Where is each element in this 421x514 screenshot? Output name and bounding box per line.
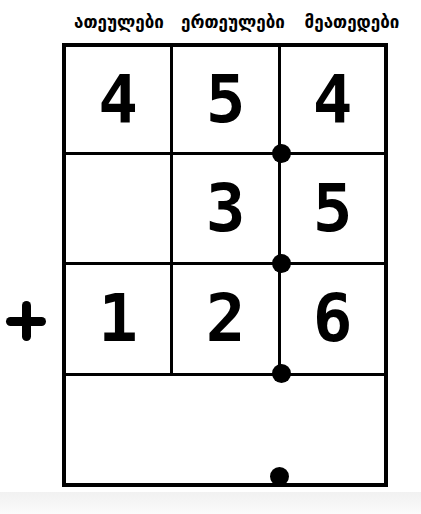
cell-r3-c2: 2 [173, 265, 281, 376]
decimal-point-dot-row3 [272, 364, 291, 383]
cell-r3-c3: 6 [281, 265, 384, 376]
answer-row-cell [66, 376, 384, 483]
decimal-point-dot-row1 [272, 144, 291, 163]
plus-icon-vertical-bar [22, 301, 31, 341]
cell-r2-c1 [66, 155, 173, 265]
worksheet: ათეულები ერთეულები მეათედები 4 5 4 3 5 1… [0, 0, 421, 514]
cell-r3-c1: 1 [66, 265, 173, 376]
cell-r1-c1: 4 [66, 47, 173, 155]
background-gradient-strip [0, 492, 421, 514]
cell-r1-c2: 5 [173, 47, 281, 155]
column-label-ones: ერთეულები [181, 11, 285, 33]
cell-r1-c3: 4 [281, 47, 384, 155]
decimal-point-dot-answer [270, 467, 289, 486]
decimal-point-dot-row2 [272, 254, 291, 273]
plus-icon [6, 301, 46, 341]
place-value-grid: 4 5 4 3 5 1 2 6 [62, 43, 388, 487]
cell-r2-c2: 3 [173, 155, 281, 265]
cell-r2-c3: 5 [281, 155, 384, 265]
column-label-tens: ათეულები [74, 11, 164, 33]
column-label-tenths: მეათედები [305, 11, 400, 33]
